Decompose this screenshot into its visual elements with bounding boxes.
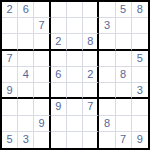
cell-r2c4[interactable] — [51, 18, 67, 34]
cell-r3c1[interactable] — [2, 34, 18, 50]
cell-r9c3[interactable] — [34, 132, 50, 148]
cell-r2c8[interactable] — [116, 18, 132, 34]
cell-r5c9[interactable] — [132, 67, 148, 83]
cell-r5c4[interactable]: 6 — [51, 67, 67, 83]
cell-r2c6[interactable] — [83, 18, 99, 34]
cell-r8c3[interactable]: 9 — [34, 116, 50, 132]
cell-r3c5[interactable] — [67, 34, 83, 50]
cell-r5c8[interactable]: 8 — [116, 67, 132, 83]
cell-r4c3[interactable] — [34, 51, 50, 67]
cell-r8c5[interactable] — [67, 116, 83, 132]
cell-r9c9[interactable]: 9 — [132, 132, 148, 148]
cell-r6c5[interactable] — [67, 83, 83, 99]
cell-r2c3[interactable]: 7 — [34, 18, 50, 34]
cell-r1c2[interactable]: 6 — [18, 2, 34, 18]
cell-r7c4[interactable]: 9 — [51, 99, 67, 115]
cell-r3c8[interactable] — [116, 34, 132, 50]
cell-r9c2[interactable]: 3 — [18, 132, 34, 148]
cell-r9c7[interactable] — [99, 132, 115, 148]
cell-r4c6[interactable] — [83, 51, 99, 67]
cell-r3c9[interactable] — [132, 34, 148, 50]
cell-r6c8[interactable] — [116, 83, 132, 99]
cell-r4c1[interactable]: 7 — [2, 51, 18, 67]
cell-r3c3[interactable] — [34, 34, 50, 50]
cell-r3c6[interactable]: 8 — [83, 34, 99, 50]
cell-r2c2[interactable] — [18, 18, 34, 34]
cell-r8c8[interactable] — [116, 116, 132, 132]
cell-r3c2[interactable] — [18, 34, 34, 50]
cell-r9c5[interactable] — [67, 132, 83, 148]
cell-r4c8[interactable] — [116, 51, 132, 67]
cell-r5c2[interactable]: 4 — [18, 67, 34, 83]
cell-r7c3[interactable] — [34, 99, 50, 115]
cell-r8c1[interactable] — [2, 116, 18, 132]
cell-r6c9[interactable]: 3 — [132, 83, 148, 99]
cell-r3c4[interactable]: 2 — [51, 34, 67, 50]
cell-r1c7[interactable] — [99, 2, 115, 18]
cell-r9c4[interactable] — [51, 132, 67, 148]
cell-r4c2[interactable] — [18, 51, 34, 67]
cell-r6c1[interactable]: 9 — [2, 83, 18, 99]
cell-r8c2[interactable] — [18, 116, 34, 132]
cell-r6c6[interactable] — [83, 83, 99, 99]
cell-r4c9[interactable]: 5 — [132, 51, 148, 67]
cell-r1c1[interactable]: 2 — [2, 2, 18, 18]
cell-r9c6[interactable] — [83, 132, 99, 148]
cell-r8c6[interactable] — [83, 116, 99, 132]
cell-r8c4[interactable] — [51, 116, 67, 132]
cell-r2c5[interactable] — [67, 18, 83, 34]
cell-r7c1[interactable] — [2, 99, 18, 115]
cell-r5c6[interactable]: 2 — [83, 67, 99, 83]
cell-r7c6[interactable]: 7 — [83, 99, 99, 115]
sudoku-board: 265873287546289397985379 — [0, 0, 150, 150]
cell-r4c7[interactable] — [99, 51, 115, 67]
cell-r1c3[interactable] — [34, 2, 50, 18]
cell-r7c9[interactable] — [132, 99, 148, 115]
cell-r7c5[interactable] — [67, 99, 83, 115]
cell-r1c4[interactable] — [51, 2, 67, 18]
cell-r5c3[interactable] — [34, 67, 50, 83]
cell-r5c7[interactable] — [99, 67, 115, 83]
cell-r7c7[interactable] — [99, 99, 115, 115]
cell-r6c7[interactable] — [99, 83, 115, 99]
cell-r2c1[interactable] — [2, 18, 18, 34]
cell-r2c9[interactable] — [132, 18, 148, 34]
cell-r8c9[interactable] — [132, 116, 148, 132]
cell-r2c7[interactable]: 3 — [99, 18, 115, 34]
cell-r1c5[interactable] — [67, 2, 83, 18]
cell-r7c8[interactable] — [116, 99, 132, 115]
cell-r5c5[interactable] — [67, 67, 83, 83]
cell-r1c8[interactable]: 5 — [116, 2, 132, 18]
cell-r6c3[interactable] — [34, 83, 50, 99]
cell-r1c9[interactable]: 8 — [132, 2, 148, 18]
cell-r9c1[interactable]: 5 — [2, 132, 18, 148]
cell-r6c2[interactable] — [18, 83, 34, 99]
cell-r8c7[interactable]: 8 — [99, 116, 115, 132]
cell-r4c5[interactable] — [67, 51, 83, 67]
cell-r1c6[interactable] — [83, 2, 99, 18]
cell-r7c2[interactable] — [18, 99, 34, 115]
cell-r3c7[interactable] — [99, 34, 115, 50]
cell-r6c4[interactable] — [51, 83, 67, 99]
cell-r4c4[interactable] — [51, 51, 67, 67]
cell-r9c8[interactable]: 7 — [116, 132, 132, 148]
cell-r5c1[interactable] — [2, 67, 18, 83]
